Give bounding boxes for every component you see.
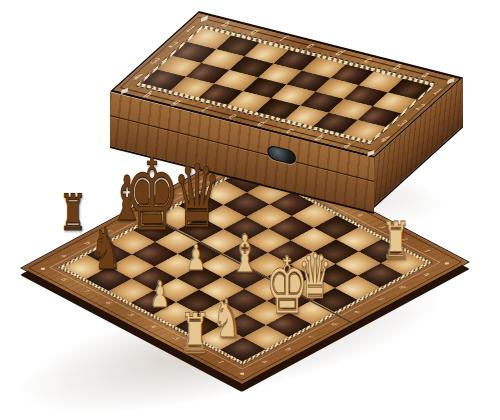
coordinate-label: a — [341, 141, 353, 149]
coordinate-label: b — [390, 63, 403, 71]
coordinate-label: e — [152, 204, 160, 208]
coordinate-label: 3 — [378, 225, 386, 229]
coordinate-label: 2 — [400, 237, 408, 241]
coordinate-label: 5 — [126, 312, 134, 316]
coordinate-label: a — [60, 253, 68, 257]
coordinate-label: c — [284, 126, 296, 134]
coordinate-label: e — [226, 112, 238, 120]
coordinate-label: c — [307, 334, 315, 338]
coordinate-label: d — [333, 49, 346, 57]
coordinate-label: f — [376, 297, 383, 301]
corner-diamond-inlay — [41, 268, 45, 270]
coordinate-label: b — [83, 241, 91, 245]
corner-diamond-inlay — [447, 78, 454, 84]
latch-icon — [267, 144, 296, 165]
coordinate-label: b — [312, 133, 325, 141]
coordinate-label: g — [248, 27, 261, 35]
coordinate-label: f — [199, 105, 210, 113]
corner-diamond-inlay — [240, 373, 244, 375]
coordinate-label: c — [106, 229, 114, 233]
coordinate-label: 4 — [149, 324, 157, 328]
coordinate-label: 3 — [171, 336, 179, 340]
chess-set-photo: Product photo of a folding wooden chess … — [0, 0, 500, 420]
corner-diamond-inlay — [367, 150, 374, 156]
coordinate-label: b — [284, 347, 292, 351]
coordinate-label: h — [219, 20, 232, 28]
coordinate-label: 8 — [59, 277, 67, 281]
coordinate-label: h — [422, 272, 430, 277]
corner-diamond-inlay — [445, 262, 449, 264]
coordinate-label: g — [170, 98, 183, 106]
coordinate-label: e — [353, 309, 361, 313]
coordinate-label: a — [261, 359, 269, 363]
coordinate-label: 1 — [422, 249, 430, 253]
coordinate-label: g — [399, 285, 407, 289]
coordinate-label: e — [304, 41, 316, 49]
corner-diamond-inlay — [201, 16, 208, 22]
coordinate-label: d — [255, 119, 268, 127]
coordinate-label: 4 — [355, 213, 363, 217]
coordinate-label: f — [277, 35, 288, 43]
coordinate-label: 2 — [194, 348, 202, 352]
coordinate-label: 1 — [216, 360, 224, 364]
coordinate-label: f — [176, 192, 183, 196]
coordinate-label: c — [362, 56, 374, 64]
coordinate-label: 7 — [82, 289, 90, 293]
coordinate-label: a — [419, 70, 431, 78]
coordinate-label: d — [330, 322, 338, 326]
coordinate-label: d — [129, 216, 137, 220]
coordinate-label: 6 — [104, 301, 112, 305]
corner-diamond-inlay — [121, 88, 128, 94]
coordinate-label: h — [141, 90, 154, 98]
coordinate-label: g — [198, 179, 206, 183]
